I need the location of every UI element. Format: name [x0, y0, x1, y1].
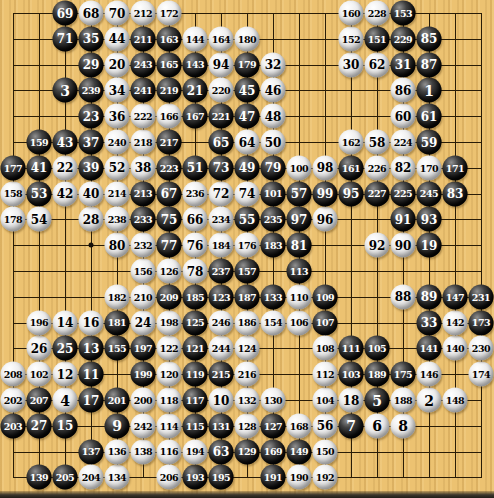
- stone-white-48: 48: [261, 104, 286, 129]
- stone-black-119: 119: [183, 362, 208, 387]
- stone-black-33: 33: [417, 310, 442, 335]
- stone-white-134: 134: [105, 465, 130, 490]
- stone-black-219: 219: [157, 78, 182, 103]
- stone-black-105: 105: [365, 336, 390, 361]
- stone-black-149: 149: [287, 439, 312, 464]
- stone-white-136: 136: [105, 439, 130, 464]
- stone-white-90: 90: [391, 233, 416, 258]
- stone-white-16: 16: [79, 310, 104, 335]
- stone-black-237: 237: [209, 259, 234, 284]
- stone-black-89: 89: [417, 284, 442, 309]
- stone-black-43: 43: [53, 130, 78, 155]
- stone-white-184: 184: [209, 233, 234, 258]
- stone-black-71: 71: [53, 26, 78, 51]
- stone-white-34: 34: [105, 78, 130, 103]
- stone-black-1: 1: [417, 78, 442, 103]
- stone-white-150: 150: [313, 439, 338, 464]
- stone-black-59: 59: [417, 130, 442, 155]
- stone-white-32: 32: [261, 52, 286, 77]
- stone-white-182: 182: [105, 284, 130, 309]
- stone-white-66: 66: [183, 207, 208, 232]
- stone-black-35: 35: [79, 26, 104, 51]
- stone-white-212: 212: [131, 1, 156, 26]
- stone-white-20: 20: [105, 52, 130, 77]
- stone-black-23: 23: [79, 104, 104, 129]
- stone-white-46: 46: [261, 78, 286, 103]
- stone-black-19: 19: [417, 233, 442, 258]
- stone-black-45: 45: [235, 78, 260, 103]
- stone-white-166: 166: [157, 104, 182, 129]
- stone-black-183: 183: [261, 233, 286, 258]
- stone-black-215: 215: [209, 362, 234, 387]
- stone-white-36: 36: [105, 104, 130, 129]
- stone-black-157: 157: [235, 259, 260, 284]
- stone-white-220: 220: [209, 78, 234, 103]
- stone-white-202: 202: [1, 388, 26, 413]
- stone-black-81: 81: [287, 233, 312, 258]
- stone-white-110: 110: [287, 284, 312, 309]
- stone-black-21: 21: [183, 78, 208, 103]
- stone-white-54: 54: [27, 207, 52, 232]
- stone-white-244: 244: [209, 336, 234, 361]
- stone-black-131: 131: [209, 413, 234, 438]
- stone-black-231: 231: [469, 284, 494, 309]
- stone-black-161: 161: [339, 155, 364, 180]
- stone-white-146: 146: [417, 362, 442, 387]
- stone-white-126: 126: [157, 259, 182, 284]
- stone-white-218: 218: [131, 130, 156, 155]
- stone-white-10: 10: [209, 388, 234, 413]
- stone-black-125: 125: [183, 310, 208, 335]
- stone-black-69: 69: [53, 1, 78, 26]
- stone-black-179: 179: [235, 52, 260, 77]
- stone-white-72: 72: [209, 181, 234, 206]
- stone-black-3: 3: [53, 78, 78, 103]
- stone-black-169: 169: [261, 439, 286, 464]
- stone-black-13: 13: [79, 336, 104, 361]
- stone-black-73: 73: [209, 155, 234, 180]
- stone-white-30: 30: [339, 52, 364, 77]
- stone-black-171: 171: [443, 155, 468, 180]
- stone-black-57: 57: [287, 181, 312, 206]
- stone-black-155: 155: [105, 336, 130, 361]
- stone-white-186: 186: [235, 310, 260, 335]
- stone-black-227: 227: [365, 181, 390, 206]
- stone-black-103: 103: [339, 362, 364, 387]
- stone-white-192: 192: [313, 465, 338, 490]
- stone-white-64: 64: [235, 130, 260, 155]
- stone-white-170: 170: [417, 155, 442, 180]
- stone-white-106: 106: [287, 310, 312, 335]
- stone-white-50: 50: [261, 130, 286, 155]
- stone-white-204: 204: [79, 465, 104, 490]
- stone-black-67: 67: [157, 181, 182, 206]
- stone-white-224: 224: [391, 130, 416, 155]
- stone-white-8: 8: [391, 413, 416, 438]
- stone-white-96: 96: [313, 207, 338, 232]
- stone-white-176: 176: [235, 233, 260, 258]
- stone-white-198: 198: [157, 310, 182, 335]
- stone-black-177: 177: [1, 155, 26, 180]
- stone-black-229: 229: [391, 26, 416, 51]
- stone-white-92: 92: [365, 233, 390, 258]
- stone-white-42: 42: [53, 181, 78, 206]
- star-point: [89, 243, 94, 248]
- stone-black-147: 147: [443, 284, 468, 309]
- stone-black-9: 9: [105, 413, 130, 438]
- stone-black-191: 191: [261, 465, 286, 490]
- stone-white-132: 132: [235, 388, 260, 413]
- stone-white-230: 230: [469, 336, 494, 361]
- stone-white-208: 208: [1, 362, 26, 387]
- stone-black-7: 7: [339, 413, 364, 438]
- go-board: 1234567891011121314151617181920212223242…: [0, 0, 494, 498]
- stone-white-52: 52: [105, 155, 130, 180]
- stone-black-167: 167: [183, 104, 208, 129]
- stone-black-163: 163: [157, 26, 182, 51]
- stone-black-41: 41: [27, 155, 52, 180]
- stone-white-164: 164: [209, 26, 234, 51]
- stone-white-148: 148: [443, 388, 468, 413]
- stone-white-2: 2: [417, 388, 442, 413]
- stone-black-139: 139: [27, 465, 52, 490]
- stone-white-22: 22: [53, 155, 78, 180]
- stone-white-76: 76: [183, 233, 208, 258]
- stone-black-213: 213: [131, 181, 156, 206]
- stone-white-80: 80: [105, 233, 130, 258]
- stone-white-38: 38: [131, 155, 156, 180]
- stone-white-118: 118: [157, 388, 182, 413]
- stone-white-24: 24: [131, 310, 156, 335]
- stone-black-61: 61: [417, 104, 442, 129]
- stone-black-47: 47: [235, 104, 260, 129]
- stone-black-143: 143: [183, 52, 208, 77]
- stone-white-60: 60: [391, 104, 416, 129]
- stone-black-91: 91: [391, 207, 416, 232]
- stone-white-6: 6: [365, 413, 390, 438]
- stone-white-210: 210: [131, 284, 156, 309]
- stone-black-25: 25: [53, 336, 78, 361]
- stone-black-111: 111: [339, 336, 364, 361]
- stone-black-53: 53: [27, 181, 52, 206]
- stone-white-168: 168: [287, 413, 312, 438]
- stone-black-205: 205: [53, 465, 78, 490]
- stone-black-201: 201: [105, 388, 130, 413]
- stone-white-194: 194: [183, 439, 208, 464]
- stone-black-31: 31: [391, 52, 416, 77]
- stone-black-187: 187: [235, 284, 260, 309]
- stone-black-99: 99: [313, 181, 338, 206]
- stone-white-4: 4: [53, 388, 78, 413]
- stone-white-124: 124: [235, 336, 260, 361]
- stone-black-77: 77: [157, 233, 182, 258]
- stone-black-211: 211: [131, 26, 156, 51]
- stone-black-55: 55: [235, 207, 260, 232]
- stone-black-117: 117: [183, 388, 208, 413]
- stone-white-158: 158: [1, 181, 26, 206]
- stone-black-223: 223: [157, 155, 182, 180]
- stone-white-108: 108: [313, 336, 338, 361]
- stone-white-236: 236: [183, 181, 208, 206]
- stone-black-209: 209: [157, 284, 182, 309]
- stone-black-97: 97: [287, 207, 312, 232]
- stone-black-181: 181: [105, 310, 130, 335]
- stone-white-26: 26: [27, 336, 52, 361]
- stone-white-114: 114: [157, 413, 182, 438]
- stone-black-175: 175: [391, 362, 416, 387]
- stone-black-159: 159: [27, 130, 52, 155]
- stone-white-88: 88: [391, 284, 416, 309]
- stone-white-18: 18: [339, 388, 364, 413]
- stone-black-243: 243: [131, 52, 156, 77]
- stone-white-246: 246: [209, 310, 234, 335]
- stone-black-5: 5: [365, 388, 390, 413]
- stone-black-203: 203: [1, 413, 26, 438]
- stone-black-173: 173: [469, 310, 494, 335]
- stone-white-140: 140: [443, 336, 468, 361]
- stone-black-185: 185: [183, 284, 208, 309]
- stone-white-112: 112: [313, 362, 338, 387]
- stone-black-27: 27: [27, 413, 52, 438]
- stone-black-109: 109: [313, 284, 338, 309]
- stone-white-28: 28: [79, 207, 104, 232]
- stone-white-234: 234: [209, 207, 234, 232]
- stone-white-122: 122: [157, 336, 182, 361]
- stone-black-239: 239: [79, 78, 104, 103]
- stone-white-174: 174: [469, 362, 494, 387]
- stone-black-217: 217: [157, 130, 182, 155]
- stone-white-188: 188: [391, 388, 416, 413]
- stone-white-142: 142: [443, 310, 468, 335]
- stone-white-86: 86: [391, 78, 416, 103]
- stone-white-162: 162: [339, 130, 364, 155]
- stone-black-83: 83: [443, 181, 468, 206]
- stone-white-172: 172: [157, 1, 182, 26]
- stone-black-153: 153: [391, 1, 416, 26]
- stone-black-241: 241: [131, 78, 156, 103]
- stone-white-240: 240: [105, 130, 130, 155]
- grid-vline: [481, 13, 482, 478]
- stone-black-37: 37: [79, 130, 104, 155]
- stone-white-58: 58: [365, 130, 390, 155]
- stone-white-40: 40: [79, 181, 104, 206]
- stone-black-51: 51: [183, 155, 208, 180]
- stone-white-144: 144: [183, 26, 208, 51]
- stone-white-68: 68: [79, 1, 104, 26]
- stone-black-195: 195: [209, 465, 234, 490]
- stone-black-15: 15: [53, 413, 78, 438]
- stone-black-141: 141: [417, 336, 442, 361]
- stone-black-113: 113: [287, 259, 312, 284]
- stone-black-233: 233: [131, 207, 156, 232]
- stone-white-226: 226: [365, 155, 390, 180]
- stone-black-93: 93: [417, 207, 442, 232]
- stone-white-190: 190: [287, 465, 312, 490]
- stone-black-79: 79: [261, 155, 286, 180]
- stone-black-17: 17: [79, 388, 104, 413]
- stone-white-180: 180: [235, 26, 260, 51]
- stone-white-12: 12: [53, 362, 78, 387]
- stone-black-235: 235: [261, 207, 286, 232]
- stone-white-82: 82: [391, 155, 416, 180]
- stone-black-137: 137: [79, 439, 104, 464]
- stone-white-78: 78: [183, 259, 208, 284]
- stone-black-65: 65: [209, 130, 234, 155]
- stone-white-216: 216: [235, 362, 260, 387]
- stone-black-129: 129: [235, 439, 260, 464]
- stone-black-101: 101: [261, 181, 286, 206]
- stone-white-214: 214: [105, 181, 130, 206]
- stone-white-206: 206: [157, 465, 182, 490]
- stone-black-133: 133: [261, 284, 286, 309]
- stone-white-116: 116: [157, 439, 182, 464]
- stone-white-70: 70: [105, 1, 130, 26]
- stone-white-62: 62: [365, 52, 390, 77]
- stone-black-95: 95: [339, 181, 364, 206]
- stone-white-222: 222: [131, 104, 156, 129]
- stone-white-100: 100: [287, 155, 312, 180]
- stone-white-14: 14: [53, 310, 78, 335]
- stone-black-151: 151: [365, 26, 390, 51]
- stone-white-130: 130: [261, 388, 286, 413]
- stone-black-87: 87: [417, 52, 442, 77]
- stone-black-49: 49: [235, 155, 260, 180]
- stone-black-207: 207: [27, 388, 52, 413]
- stone-black-39: 39: [79, 155, 104, 180]
- stone-black-115: 115: [183, 413, 208, 438]
- stone-white-228: 228: [365, 1, 390, 26]
- stone-black-63: 63: [209, 439, 234, 464]
- stone-black-165: 165: [157, 52, 182, 77]
- stone-black-193: 193: [183, 465, 208, 490]
- stone-black-199: 199: [131, 362, 156, 387]
- stone-white-156: 156: [131, 259, 156, 284]
- stone-white-120: 120: [157, 362, 182, 387]
- stone-black-225: 225: [391, 181, 416, 206]
- stone-black-189: 189: [365, 362, 390, 387]
- stone-black-123: 123: [209, 284, 234, 309]
- stone-black-85: 85: [417, 26, 442, 51]
- stone-black-107: 107: [313, 310, 338, 335]
- stone-white-94: 94: [209, 52, 234, 77]
- stone-black-29: 29: [79, 52, 104, 77]
- stone-white-154: 154: [261, 310, 286, 335]
- stone-black-197: 197: [131, 336, 156, 361]
- stone-black-121: 121: [183, 336, 208, 361]
- stone-black-11: 11: [79, 362, 104, 387]
- stone-white-178: 178: [1, 207, 26, 232]
- stone-white-138: 138: [131, 439, 156, 464]
- stone-white-128: 128: [235, 413, 260, 438]
- stone-black-127: 127: [261, 413, 286, 438]
- stone-black-221: 221: [209, 104, 234, 129]
- stone-white-56: 56: [313, 413, 338, 438]
- stone-white-98: 98: [313, 155, 338, 180]
- stone-white-74: 74: [235, 181, 260, 206]
- stone-black-75: 75: [157, 207, 182, 232]
- stone-white-152: 152: [339, 26, 364, 51]
- stone-white-232: 232: [131, 233, 156, 258]
- board-bottom-shadow: [0, 491, 494, 498]
- stone-white-102: 102: [27, 362, 52, 387]
- stone-black-245: 245: [417, 181, 442, 206]
- stone-white-242: 242: [131, 413, 156, 438]
- stone-white-238: 238: [105, 207, 130, 232]
- stone-white-44: 44: [105, 26, 130, 51]
- stone-white-104: 104: [313, 388, 338, 413]
- stone-white-160: 160: [339, 1, 364, 26]
- stone-white-196: 196: [27, 310, 52, 335]
- stone-white-200: 200: [131, 388, 156, 413]
